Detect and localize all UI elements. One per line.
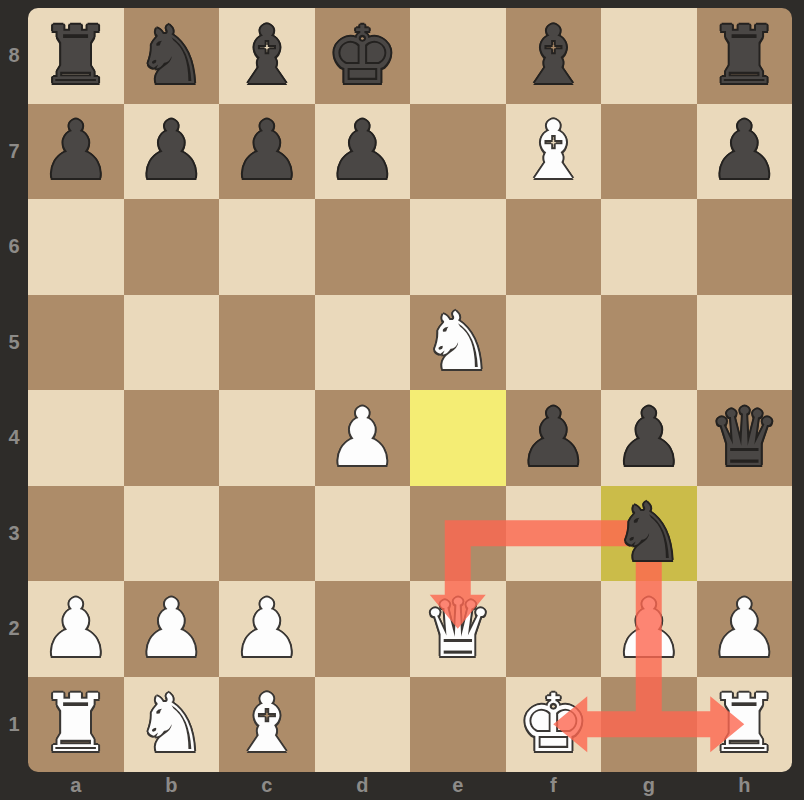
square-f1[interactable]: ♚ (506, 677, 602, 773)
square-d5[interactable] (315, 295, 411, 391)
square-g4[interactable]: ♟ (601, 390, 697, 486)
square-g2[interactable]: ♟ (601, 581, 697, 677)
square-c1[interactable]: ♝ (219, 677, 315, 773)
square-a3[interactable] (28, 486, 124, 582)
square-d6[interactable] (315, 199, 411, 295)
square-e6[interactable] (410, 199, 506, 295)
square-a2[interactable]: ♟ (28, 581, 124, 677)
rank-label-4: 4 (0, 390, 28, 486)
file-label-e: e (410, 770, 506, 800)
square-b1[interactable]: ♞ (124, 677, 220, 773)
square-a7[interactable]: ♟ (28, 104, 124, 200)
square-a6[interactable] (28, 199, 124, 295)
piece-black-pawn[interactable]: ♟ (506, 390, 602, 486)
file-label-b: b (124, 770, 220, 800)
piece-white-pawn[interactable]: ♟ (315, 390, 411, 486)
square-b3[interactable] (124, 486, 220, 582)
rank-label-2: 2 (0, 581, 28, 677)
piece-white-pawn[interactable]: ♟ (28, 581, 124, 677)
square-g1[interactable] (601, 677, 697, 773)
piece-white-rook[interactable]: ♜ (28, 677, 124, 773)
square-f5[interactable] (506, 295, 602, 391)
square-e8[interactable] (410, 8, 506, 104)
square-a5[interactable] (28, 295, 124, 391)
piece-black-pawn[interactable]: ♟ (219, 104, 315, 200)
piece-black-bishop[interactable]: ♝ (219, 8, 315, 104)
piece-black-pawn[interactable]: ♟ (28, 104, 124, 200)
piece-white-pawn[interactable]: ♟ (697, 581, 793, 677)
square-c6[interactable] (219, 199, 315, 295)
square-f6[interactable] (506, 199, 602, 295)
piece-black-pawn[interactable]: ♟ (124, 104, 220, 200)
square-g5[interactable] (601, 295, 697, 391)
square-b7[interactable]: ♟ (124, 104, 220, 200)
square-d2[interactable] (315, 581, 411, 677)
square-d3[interactable] (315, 486, 411, 582)
square-a4[interactable] (28, 390, 124, 486)
square-f3[interactable] (506, 486, 602, 582)
square-h5[interactable] (697, 295, 793, 391)
square-g3[interactable]: ♞ (601, 486, 697, 582)
square-h3[interactable] (697, 486, 793, 582)
square-c5[interactable] (219, 295, 315, 391)
square-h7[interactable]: ♟ (697, 104, 793, 200)
square-h4[interactable]: ♛ (697, 390, 793, 486)
piece-white-king[interactable]: ♚ (506, 677, 602, 773)
square-c7[interactable]: ♟ (219, 104, 315, 200)
piece-black-knight[interactable]: ♞ (124, 8, 220, 104)
piece-black-rook[interactable]: ♜ (697, 8, 793, 104)
piece-black-bishop[interactable]: ♝ (506, 8, 602, 104)
rank-labels: 87654321 (0, 8, 28, 772)
piece-white-rook[interactable]: ♜ (697, 677, 793, 773)
file-labels: abcdefgh (28, 770, 792, 800)
piece-black-pawn[interactable]: ♟ (601, 390, 697, 486)
square-h8[interactable]: ♜ (697, 8, 793, 104)
rank-label-6: 6 (0, 199, 28, 295)
square-e3[interactable] (410, 486, 506, 582)
rank-label-7: 7 (0, 104, 28, 200)
piece-white-pawn[interactable]: ♟ (219, 581, 315, 677)
piece-black-king[interactable]: ♚ (315, 8, 411, 104)
piece-white-bishop[interactable]: ♝ (506, 104, 602, 200)
square-f8[interactable]: ♝ (506, 8, 602, 104)
square-b4[interactable] (124, 390, 220, 486)
piece-white-knight[interactable]: ♞ (124, 677, 220, 773)
file-label-f: f (506, 770, 602, 800)
piece-black-pawn[interactable]: ♟ (697, 104, 793, 200)
square-e4[interactable] (410, 390, 506, 486)
square-h1[interactable]: ♜ (697, 677, 793, 773)
piece-white-pawn[interactable]: ♟ (124, 581, 220, 677)
piece-black-queen[interactable]: ♛ (697, 390, 793, 486)
square-c8[interactable]: ♝ (219, 8, 315, 104)
piece-white-queen[interactable]: ♛ (410, 581, 506, 677)
rank-label-3: 3 (0, 486, 28, 582)
square-c3[interactable] (219, 486, 315, 582)
square-h6[interactable] (697, 199, 793, 295)
piece-white-pawn[interactable]: ♟ (601, 581, 697, 677)
square-c2[interactable]: ♟ (219, 581, 315, 677)
piece-black-pawn[interactable]: ♟ (315, 104, 411, 200)
file-label-g: g (601, 770, 697, 800)
piece-white-knight[interactable]: ♞ (410, 295, 506, 391)
square-g6[interactable] (601, 199, 697, 295)
square-b8[interactable]: ♞ (124, 8, 220, 104)
piece-black-rook[interactable]: ♜ (28, 8, 124, 104)
square-d8[interactable]: ♚ (315, 8, 411, 104)
file-label-d: d (315, 770, 411, 800)
square-e1[interactable] (410, 677, 506, 773)
square-f2[interactable] (506, 581, 602, 677)
rank-label-8: 8 (0, 8, 28, 104)
square-e2[interactable]: ♛ (410, 581, 506, 677)
square-g7[interactable] (601, 104, 697, 200)
square-f4[interactable]: ♟ (506, 390, 602, 486)
file-label-c: c (219, 770, 315, 800)
square-d1[interactable] (315, 677, 411, 773)
square-b5[interactable] (124, 295, 220, 391)
rank-label-5: 5 (0, 295, 28, 391)
square-e5[interactable]: ♞ (410, 295, 506, 391)
file-label-a: a (28, 770, 124, 800)
piece-black-knight[interactable]: ♞ (601, 486, 697, 582)
square-a8[interactable]: ♜ (28, 8, 124, 104)
square-g8[interactable] (601, 8, 697, 104)
chess-board: ♜♞♝♚♝♜♟♟♟♟♝♟♞♟♟♟♛♞♟♟♟♛♟♟♜♞♝♚♜ (28, 8, 792, 772)
square-d7[interactable]: ♟ (315, 104, 411, 200)
square-b2[interactable]: ♟ (124, 581, 220, 677)
square-d4[interactable]: ♟ (315, 390, 411, 486)
piece-white-bishop[interactable]: ♝ (219, 677, 315, 773)
rank-label-1: 1 (0, 677, 28, 773)
square-f7[interactable]: ♝ (506, 104, 602, 200)
square-c4[interactable] (219, 390, 315, 486)
square-b6[interactable] (124, 199, 220, 295)
square-h2[interactable]: ♟ (697, 581, 793, 677)
file-label-h: h (697, 770, 793, 800)
square-e7[interactable] (410, 104, 506, 200)
square-a1[interactable]: ♜ (28, 677, 124, 773)
